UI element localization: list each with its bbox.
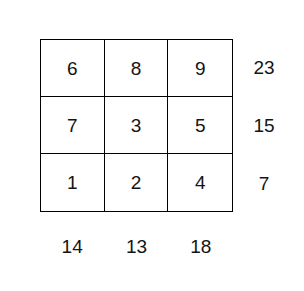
- grid-cell-r1c1: 6: [41, 40, 105, 97]
- grid-cell-r1c2: 8: [105, 40, 169, 97]
- row-sum-3: 7: [233, 154, 295, 212]
- row-sums-column: 23 15 7: [233, 39, 295, 212]
- column-sums-row: 14 13 18: [40, 212, 233, 281]
- grid-cell-r2c3: 5: [168, 97, 232, 154]
- row-sum-2: 15: [233, 97, 295, 155]
- grid-cell-r3c3: 4: [168, 154, 232, 211]
- row-sum-1: 23: [233, 39, 295, 97]
- sum-grid-board: 6 8 9 7 3 5 1 2 4: [40, 39, 233, 212]
- col-sum-1: 14: [40, 212, 104, 281]
- grid-cell-r3c2: 2: [105, 154, 169, 211]
- col-sum-2: 13: [104, 212, 168, 281]
- grid-cell-r2c1: 7: [41, 97, 105, 154]
- grid-cell-r3c1: 1: [41, 154, 105, 211]
- grid-cell-r1c3: 9: [168, 40, 232, 97]
- grid-cell-r2c2: 3: [105, 97, 169, 154]
- col-sum-3: 18: [169, 212, 233, 281]
- puzzle-stage: 6 8 9 7 3 5 1 2 4 23 15 7 14 13 18: [0, 0, 304, 291]
